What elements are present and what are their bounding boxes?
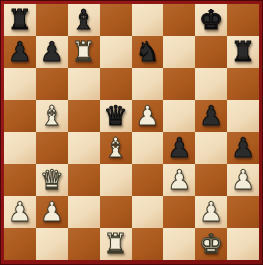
piece-black-rook[interactable]: ♜ xyxy=(8,6,32,33)
piece-white-queen[interactable]: ♛ xyxy=(40,166,64,193)
square-g6[interactable] xyxy=(195,68,227,100)
square-a6[interactable] xyxy=(4,68,36,100)
piece-white-pawn[interactable]: ♟ xyxy=(231,166,255,193)
square-e3[interactable] xyxy=(132,164,164,196)
square-h1[interactable] xyxy=(227,228,259,260)
piece-black-pawn[interactable]: ♟ xyxy=(167,134,191,161)
piece-white-king[interactable]: ♚ xyxy=(199,230,223,257)
square-g4[interactable] xyxy=(195,132,227,164)
square-b4[interactable] xyxy=(36,132,68,164)
piece-black-pawn[interactable]: ♟ xyxy=(199,102,223,129)
square-d3[interactable] xyxy=(100,164,132,196)
square-b1[interactable] xyxy=(36,228,68,260)
square-d4[interactable]: ♝ xyxy=(100,132,132,164)
square-c1[interactable] xyxy=(68,228,100,260)
piece-black-pawn[interactable]: ♟ xyxy=(8,38,32,65)
square-b5[interactable]: ♝ xyxy=(36,100,68,132)
square-f5[interactable] xyxy=(163,100,195,132)
square-f4[interactable]: ♟ xyxy=(163,132,195,164)
square-e6[interactable] xyxy=(132,68,164,100)
piece-black-bishop[interactable]: ♝ xyxy=(72,6,96,33)
square-h6[interactable] xyxy=(227,68,259,100)
square-g5[interactable]: ♟ xyxy=(195,100,227,132)
square-d1[interactable]: ♜ xyxy=(100,228,132,260)
square-c4[interactable] xyxy=(68,132,100,164)
square-f8[interactable] xyxy=(163,4,195,36)
square-g7[interactable] xyxy=(195,36,227,68)
square-d5[interactable]: ♛ xyxy=(100,100,132,132)
square-c2[interactable] xyxy=(68,196,100,228)
square-h8[interactable] xyxy=(227,4,259,36)
piece-black-pawn[interactable]: ♟ xyxy=(40,38,64,65)
square-e4[interactable] xyxy=(132,132,164,164)
piece-white-rook[interactable]: ♜ xyxy=(103,230,127,257)
square-h2[interactable] xyxy=(227,196,259,228)
square-b8[interactable] xyxy=(36,4,68,36)
piece-black-pawn[interactable]: ♟ xyxy=(231,134,255,161)
square-c7[interactable]: ♜ xyxy=(68,36,100,68)
piece-white-pawn[interactable]: ♟ xyxy=(167,166,191,193)
square-a8[interactable]: ♜ xyxy=(4,4,36,36)
square-f7[interactable] xyxy=(163,36,195,68)
square-g2[interactable]: ♟ xyxy=(195,196,227,228)
square-h7[interactable]: ♜ xyxy=(227,36,259,68)
piece-white-pawn[interactable]: ♟ xyxy=(8,198,32,225)
square-f1[interactable] xyxy=(163,228,195,260)
piece-white-pawn[interactable]: ♟ xyxy=(135,102,159,129)
square-d7[interactable] xyxy=(100,36,132,68)
square-g8[interactable]: ♚ xyxy=(195,4,227,36)
piece-white-rook[interactable]: ♜ xyxy=(72,38,96,65)
square-b7[interactable]: ♟ xyxy=(36,36,68,68)
square-e8[interactable] xyxy=(132,4,164,36)
square-f3[interactable]: ♟ xyxy=(163,164,195,196)
square-c3[interactable] xyxy=(68,164,100,196)
square-a7[interactable]: ♟ xyxy=(4,36,36,68)
square-e1[interactable] xyxy=(132,228,164,260)
square-b2[interactable]: ♟ xyxy=(36,196,68,228)
square-c5[interactable] xyxy=(68,100,100,132)
square-h4[interactable]: ♟ xyxy=(227,132,259,164)
piece-black-rook[interactable]: ♜ xyxy=(231,38,255,65)
piece-white-bishop[interactable]: ♝ xyxy=(103,134,127,161)
square-a3[interactable] xyxy=(4,164,36,196)
square-d2[interactable] xyxy=(100,196,132,228)
piece-white-pawn[interactable]: ♟ xyxy=(40,198,64,225)
square-b6[interactable] xyxy=(36,68,68,100)
piece-white-bishop[interactable]: ♝ xyxy=(40,102,64,129)
square-d6[interactable] xyxy=(100,68,132,100)
square-e5[interactable]: ♟ xyxy=(132,100,164,132)
piece-black-queen[interactable]: ♛ xyxy=(103,102,127,129)
piece-black-king[interactable]: ♚ xyxy=(199,6,223,33)
chess-board[interactable]: ♜♝♚♟♟♜♞♜♝♛♟♟♝♟♟♛♟♟♟♟♟♜♚ xyxy=(4,4,259,260)
square-a5[interactable] xyxy=(4,100,36,132)
square-h5[interactable] xyxy=(227,100,259,132)
square-d8[interactable] xyxy=(100,4,132,36)
square-f6[interactable] xyxy=(163,68,195,100)
piece-white-pawn[interactable]: ♟ xyxy=(199,198,223,225)
board-frame: ♜♝♚♟♟♜♞♜♝♛♟♟♝♟♟♛♟♟♟♟♟♜♚ xyxy=(0,0,263,265)
square-a4[interactable] xyxy=(4,132,36,164)
square-a2[interactable]: ♟ xyxy=(4,196,36,228)
square-g3[interactable] xyxy=(195,164,227,196)
square-f2[interactable] xyxy=(163,196,195,228)
square-h3[interactable]: ♟ xyxy=(227,164,259,196)
square-e7[interactable]: ♞ xyxy=(132,36,164,68)
square-c8[interactable]: ♝ xyxy=(68,4,100,36)
square-g1[interactable]: ♚ xyxy=(195,228,227,260)
square-b3[interactable]: ♛ xyxy=(36,164,68,196)
square-c6[interactable] xyxy=(68,68,100,100)
square-a1[interactable] xyxy=(4,228,36,260)
square-e2[interactable] xyxy=(132,196,164,228)
piece-black-knight[interactable]: ♞ xyxy=(135,38,159,65)
